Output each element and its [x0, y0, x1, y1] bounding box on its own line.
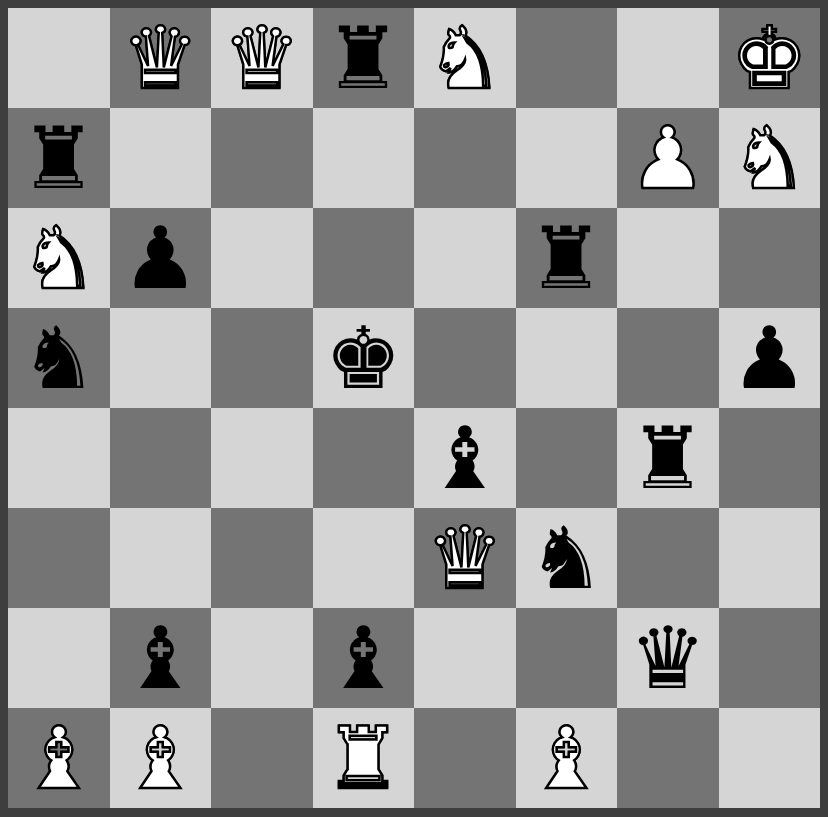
black-bishop-piece[interactable]: ♝: [426, 415, 503, 501]
square-d8[interactable]: ♜: [313, 8, 415, 108]
black-bishop-piece[interactable]: ♝: [122, 615, 199, 701]
square-f8[interactable]: [516, 8, 618, 108]
square-a6[interactable]: ♞: [8, 208, 110, 308]
white-knight-piece[interactable]: ♞: [426, 15, 503, 101]
square-b2[interactable]: ♝: [110, 608, 212, 708]
square-e8[interactable]: ♞: [414, 8, 516, 108]
square-c5[interactable]: [211, 308, 313, 408]
black-king-piece[interactable]: ♚: [325, 315, 402, 401]
square-h3[interactable]: [719, 508, 821, 608]
square-d4[interactable]: [313, 408, 415, 508]
black-rook-piece[interactable]: ♜: [325, 15, 402, 101]
square-d1[interactable]: ♜: [313, 708, 415, 808]
white-bishop-piece[interactable]: ♝: [20, 715, 97, 801]
square-b5[interactable]: [110, 308, 212, 408]
square-g3[interactable]: [617, 508, 719, 608]
square-a7[interactable]: ♜: [8, 108, 110, 208]
square-g7[interactable]: ♟: [617, 108, 719, 208]
square-f7[interactable]: [516, 108, 618, 208]
square-g6[interactable]: [617, 208, 719, 308]
square-b1[interactable]: ♝: [110, 708, 212, 808]
square-e4[interactable]: ♝: [414, 408, 516, 508]
square-a3[interactable]: [8, 508, 110, 608]
square-c3[interactable]: [211, 508, 313, 608]
square-a4[interactable]: [8, 408, 110, 508]
square-h8[interactable]: ♚: [719, 8, 821, 108]
square-g4[interactable]: ♜: [617, 408, 719, 508]
black-knight-piece[interactable]: ♞: [20, 315, 97, 401]
square-c6[interactable]: [211, 208, 313, 308]
square-d3[interactable]: [313, 508, 415, 608]
square-e2[interactable]: [414, 608, 516, 708]
white-rook-piece[interactable]: ♜: [325, 715, 402, 801]
square-c2[interactable]: [211, 608, 313, 708]
square-e1[interactable]: [414, 708, 516, 808]
square-a8[interactable]: [8, 8, 110, 108]
square-a2[interactable]: [8, 608, 110, 708]
square-e6[interactable]: [414, 208, 516, 308]
square-d7[interactable]: [313, 108, 415, 208]
white-queen-piece[interactable]: ♛: [426, 515, 503, 601]
chess-board-frame: ♛♛♜♞♚♜♟♞♞♟♜♞♚♟♝♜♛♞♝♝♛♝♝♜♝: [0, 0, 828, 817]
chess-board: ♛♛♜♞♚♜♟♞♞♟♜♞♚♟♝♜♛♞♝♝♛♝♝♜♝: [8, 8, 820, 808]
white-queen-piece[interactable]: ♛: [122, 15, 199, 101]
black-pawn-piece[interactable]: ♟: [731, 315, 808, 401]
square-a5[interactable]: ♞: [8, 308, 110, 408]
white-bishop-piece[interactable]: ♝: [528, 715, 605, 801]
black-rook-piece[interactable]: ♜: [629, 415, 706, 501]
white-king-piece[interactable]: ♚: [731, 15, 808, 101]
square-f6[interactable]: ♜: [516, 208, 618, 308]
square-h7[interactable]: ♞: [719, 108, 821, 208]
square-c8[interactable]: ♛: [211, 8, 313, 108]
white-pawn-piece[interactable]: ♟: [629, 115, 706, 201]
black-queen-piece[interactable]: ♛: [629, 615, 706, 701]
white-queen-piece[interactable]: ♛: [223, 15, 300, 101]
square-e3[interactable]: ♛: [414, 508, 516, 608]
square-f5[interactable]: [516, 308, 618, 408]
black-knight-piece[interactable]: ♞: [528, 515, 605, 601]
square-h5[interactable]: ♟: [719, 308, 821, 408]
black-pawn-piece[interactable]: ♟: [122, 215, 199, 301]
square-c7[interactable]: [211, 108, 313, 208]
square-d2[interactable]: ♝: [313, 608, 415, 708]
square-c4[interactable]: [211, 408, 313, 508]
black-rook-piece[interactable]: ♜: [528, 215, 605, 301]
square-a1[interactable]: ♝: [8, 708, 110, 808]
square-b8[interactable]: ♛: [110, 8, 212, 108]
square-g2[interactable]: ♛: [617, 608, 719, 708]
square-f2[interactable]: [516, 608, 618, 708]
square-c1[interactable]: [211, 708, 313, 808]
square-b4[interactable]: [110, 408, 212, 508]
square-b7[interactable]: [110, 108, 212, 208]
square-f4[interactable]: [516, 408, 618, 508]
square-e5[interactable]: [414, 308, 516, 408]
square-e7[interactable]: [414, 108, 516, 208]
square-h4[interactable]: [719, 408, 821, 508]
square-g8[interactable]: [617, 8, 719, 108]
white-knight-piece[interactable]: ♞: [20, 215, 97, 301]
square-f3[interactable]: ♞: [516, 508, 618, 608]
square-f1[interactable]: ♝: [516, 708, 618, 808]
square-b6[interactable]: ♟: [110, 208, 212, 308]
square-h6[interactable]: [719, 208, 821, 308]
square-d5[interactable]: ♚: [313, 308, 415, 408]
black-rook-piece[interactable]: ♜: [20, 115, 97, 201]
square-h2[interactable]: [719, 608, 821, 708]
square-h1[interactable]: [719, 708, 821, 808]
square-d6[interactable]: [313, 208, 415, 308]
square-g5[interactable]: [617, 308, 719, 408]
square-b3[interactable]: [110, 508, 212, 608]
white-knight-piece[interactable]: ♞: [731, 115, 808, 201]
square-g1[interactable]: [617, 708, 719, 808]
black-bishop-piece[interactable]: ♝: [325, 615, 402, 701]
white-bishop-piece[interactable]: ♝: [122, 715, 199, 801]
